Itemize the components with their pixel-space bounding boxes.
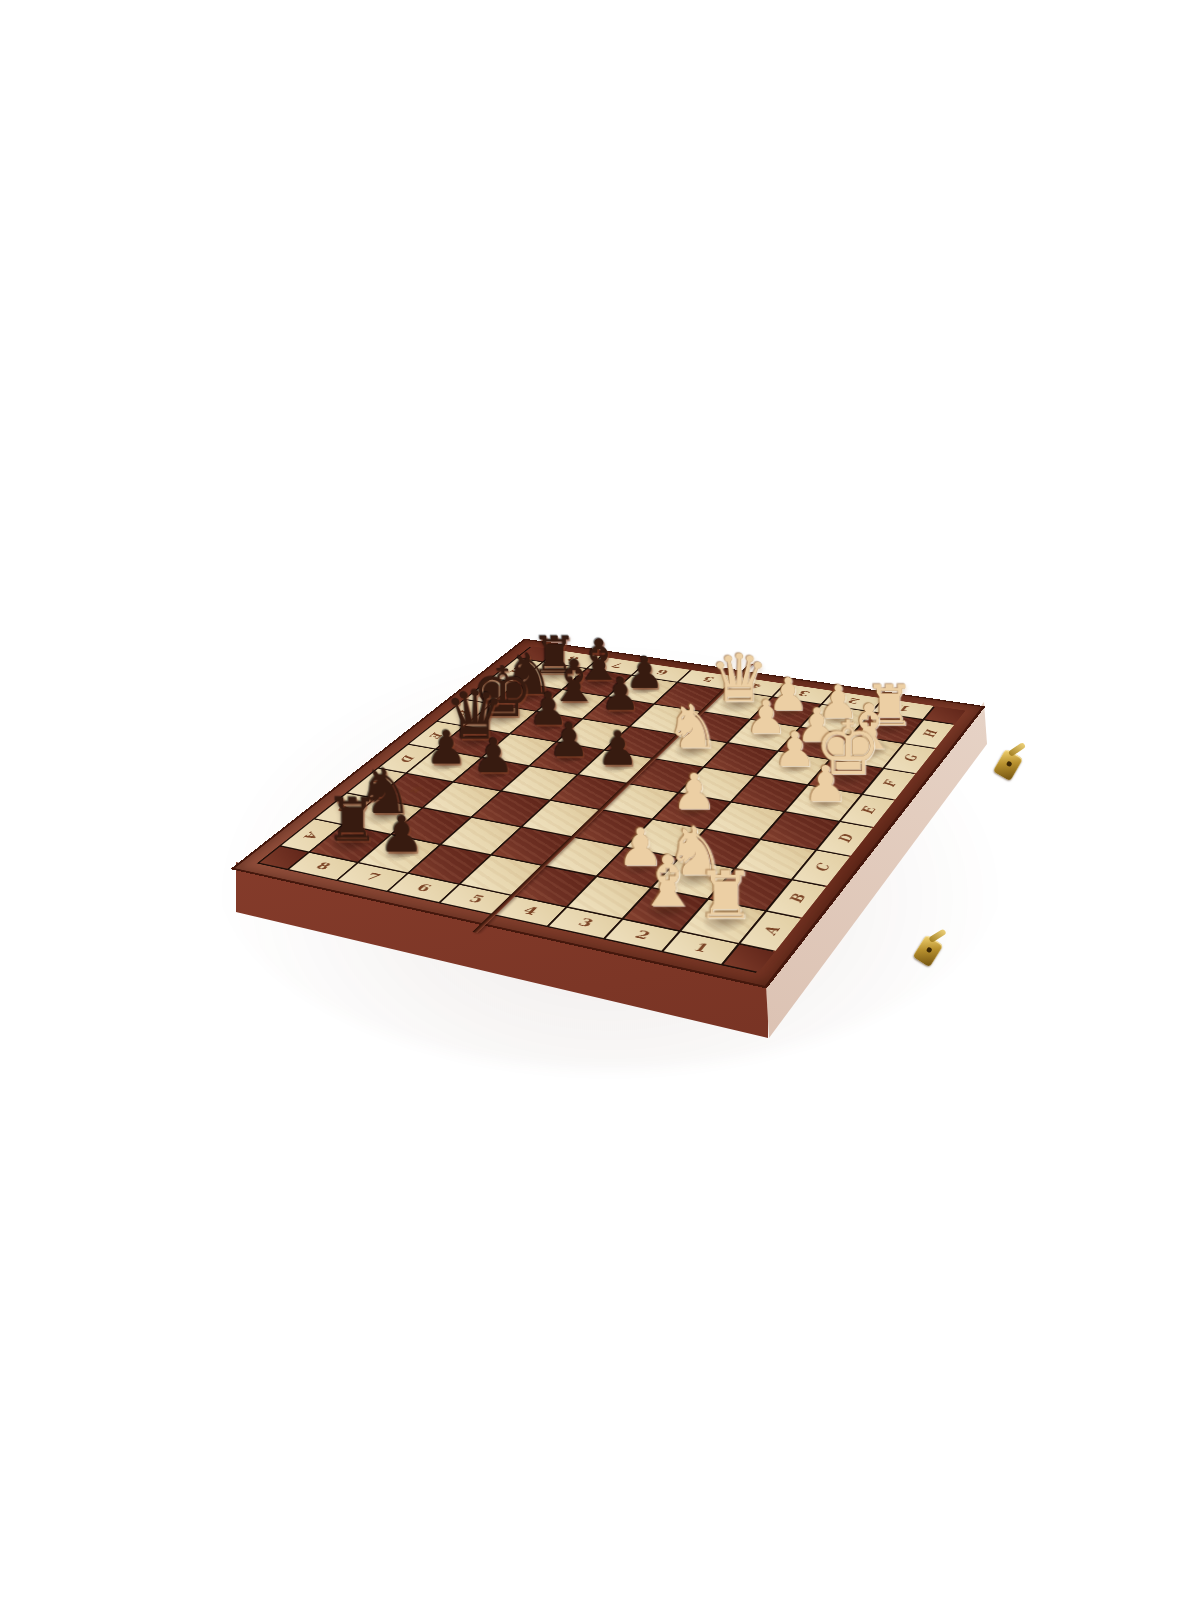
brass-latch-front [913,935,944,968]
piece-glyph-pawn: ♟ [671,767,715,816]
piece-glyph-knight: ♞ [665,697,719,757]
product-photo-chess-set: { "game": "chess", "scene_type": "wooden… [0,0,1200,1600]
piece-glyph-rook: ♜ [325,790,379,850]
chess-board: ABCDEFGH8877665544332211ABCDEFGH ♕♜♞♟♛♚♞… [230,639,985,989]
piece-glyph-pawn: ♟ [596,725,638,772]
piece-glyph-rook: ♜ [695,863,754,929]
piece-glyph-bishop: ♝ [635,846,698,917]
brass-latch-rear [993,749,1023,782]
piece-glyph-pawn: ♟ [472,732,514,779]
piece-glyph-pawn: ♟ [803,759,847,809]
piece-glyph-pawn: ♟ [600,672,640,717]
piece-glyph-pawn: ♟ [378,809,423,859]
piece-glyph-pawn: ♟ [548,717,590,764]
